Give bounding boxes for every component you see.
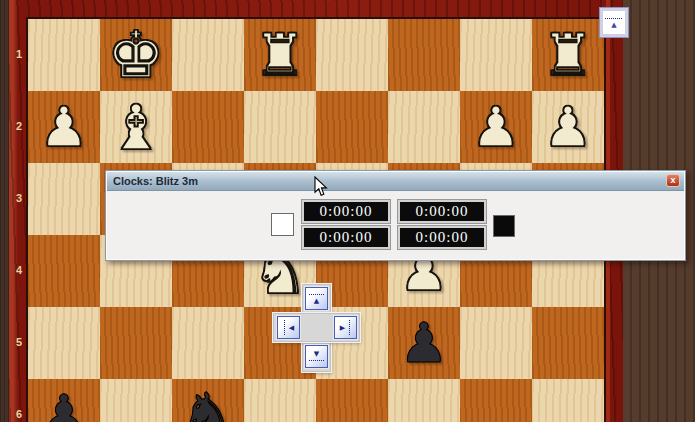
piece-white-pawn-h2[interactable]: ♟ [28,91,100,163]
nav-up-icon: ▲ [306,297,327,305]
rank-label-4: 4 [11,264,27,276]
piece-white-rook-e1[interactable]: ♜ [244,19,316,91]
square-f1[interactable] [172,19,244,91]
square-d2[interactable] [316,91,388,163]
nav-right-icon: ▶ [332,324,353,332]
square-f5[interactable] [172,307,244,379]
piece-black-pawn-h6[interactable]: ♟ [28,379,100,422]
square-f2[interactable] [172,91,244,163]
clock-display-white-secondary: 0:00:00 [302,226,390,249]
collapse-pane-button[interactable]: ▲ [600,8,628,37]
square-c1[interactable] [388,19,460,91]
piece-white-pawn-a2[interactable]: ♟ [532,91,604,163]
rank-label-6: 6 [11,408,27,420]
square-a6[interactable] [532,379,604,422]
mouse-cursor [314,176,328,201]
square-h3[interactable] [28,163,100,235]
nav-down-dash [309,360,324,361]
square-g6[interactable] [100,379,172,422]
square-b1[interactable] [460,19,532,91]
square-e2[interactable] [244,91,316,163]
square-b5[interactable] [460,307,532,379]
piece-white-rook-a1[interactable]: ♜ [532,19,604,91]
square-b6[interactable] [460,379,532,422]
piece-black-pawn-c5[interactable]: ♟ [388,307,460,379]
rank-label-5: 5 [11,336,27,348]
board-nav-pad: ▲ ▼ ◀ ▶ [273,284,360,372]
piece-white-king-g1[interactable]: ♚ [100,19,172,91]
square-g5[interactable] [100,307,172,379]
square-h1[interactable] [28,19,100,91]
clocks-window-title: Clocks: Blitz 3m [107,175,198,187]
nav-down-button[interactable]: ▼ [305,345,328,368]
square-d6[interactable] [316,379,388,422]
collapse-up-icon: ▲ [603,21,625,29]
nav-right-button[interactable]: ▶ [334,316,357,339]
rank-label-1: 1 [11,48,27,60]
square-h5[interactable] [28,307,100,379]
wood-frame-left [0,0,9,422]
nav-up-button[interactable]: ▲ [305,287,328,310]
nav-up-dash [309,294,324,295]
square-a5[interactable] [532,307,604,379]
collapse-button-dash [605,18,622,19]
square-c2[interactable] [388,91,460,163]
clock-display-black-secondary: 0:00:00 [398,226,486,249]
piece-white-pawn-b2[interactable]: ♟ [460,91,532,163]
square-d1[interactable] [316,19,388,91]
clocks-window-titlebar[interactable]: Clocks: Blitz 3m [107,172,684,191]
piece-black-knight-f6[interactable]: ♞ [172,379,244,422]
nav-left-icon: ◀ [281,324,302,332]
nav-down-icon: ▼ [306,350,327,358]
piece-white-bishop-g2[interactable]: ♝ [100,91,172,163]
black-side-indicator [493,215,515,237]
nav-left-button[interactable]: ◀ [277,316,300,339]
clock-display-white-main: 0:00:00 [302,200,390,223]
chess-app-screen: ♚♜♜♟♝♟♟♟♞♟♞♟ 123456 ▲ ▼ ◀ ▶ Clocks: Blit… [0,0,695,422]
square-c6[interactable] [388,379,460,422]
square-e6[interactable] [244,379,316,422]
rank-label-3: 3 [11,192,27,204]
clock-display-black-main: 0:00:00 [398,200,486,223]
close-icon[interactable]: x [666,174,680,187]
clocks-window: Clocks: Blitz 3m x 0:00:00 0:00:00 0:00:… [105,170,686,261]
white-side-indicator [271,213,294,236]
rank-label-2: 2 [11,120,27,132]
square-h4[interactable] [28,235,100,307]
